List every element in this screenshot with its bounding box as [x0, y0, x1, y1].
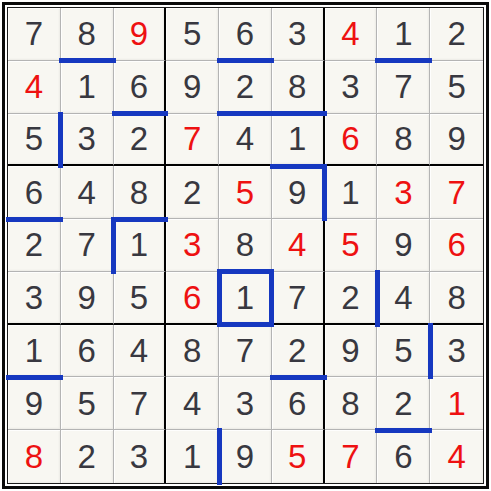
cell-r5c1[interactable]: 2	[8, 219, 61, 272]
cell-r2c6[interactable]: 8	[272, 61, 325, 114]
cell-r1c8[interactable]: 1	[377, 8, 430, 61]
cell-r6c5[interactable]: 1	[219, 272, 272, 325]
cell-r4c7[interactable]: 1	[325, 166, 378, 219]
cell-r6c1[interactable]: 3	[8, 272, 61, 325]
cell-r3c7[interactable]: 6	[325, 114, 378, 167]
cell-r4c1[interactable]: 6	[8, 166, 61, 219]
cell-r4c3[interactable]: 8	[114, 166, 167, 219]
cell-r9c7[interactable]: 7	[325, 430, 378, 483]
cell-r6c6[interactable]: 7	[272, 272, 325, 325]
cell-r4c8[interactable]: 3	[377, 166, 430, 219]
cell-r5c7[interactable]: 5	[325, 219, 378, 272]
cell-r2c2[interactable]: 1	[61, 61, 114, 114]
sudoku-board: 7895634124169283755327416896482591372713…	[7, 7, 484, 484]
cell-r7c5[interactable]: 7	[219, 325, 272, 378]
cell-r6c9[interactable]: 8	[430, 272, 483, 325]
cell-r8c2[interactable]: 5	[61, 377, 114, 430]
cell-r1c9[interactable]: 2	[430, 8, 483, 61]
cell-r3c8[interactable]: 8	[377, 114, 430, 167]
cell-r5c8[interactable]: 9	[377, 219, 430, 272]
cell-r1c4[interactable]: 5	[166, 8, 219, 61]
cell-r7c9[interactable]: 3	[430, 325, 483, 378]
cell-r3c1[interactable]: 5	[8, 114, 61, 167]
cell-r9c3[interactable]: 3	[114, 430, 167, 483]
cell-r8c7[interactable]: 8	[325, 377, 378, 430]
cell-r5c2[interactable]: 7	[61, 219, 114, 272]
cell-r3c3[interactable]: 2	[114, 114, 167, 167]
cell-r1c2[interactable]: 8	[61, 8, 114, 61]
cell-r6c4[interactable]: 6	[166, 272, 219, 325]
cell-r5c3[interactable]: 1	[114, 219, 167, 272]
cell-r8c8[interactable]: 2	[377, 377, 430, 430]
cell-r8c1[interactable]: 9	[8, 377, 61, 430]
cell-r9c8[interactable]: 6	[377, 430, 430, 483]
cell-r8c5[interactable]: 3	[219, 377, 272, 430]
cell-r5c5[interactable]: 8	[219, 219, 272, 272]
cell-r2c1[interactable]: 4	[8, 61, 61, 114]
cell-r4c6[interactable]: 9	[272, 166, 325, 219]
cell-r6c2[interactable]: 9	[61, 272, 114, 325]
cell-r3c9[interactable]: 9	[430, 114, 483, 167]
cell-r3c4[interactable]: 7	[166, 114, 219, 167]
cell-r4c2[interactable]: 4	[61, 166, 114, 219]
cell-r7c8[interactable]: 5	[377, 325, 430, 378]
cell-r8c9[interactable]: 1	[430, 377, 483, 430]
cell-r7c3[interactable]: 4	[114, 325, 167, 378]
cell-r5c6[interactable]: 4	[272, 219, 325, 272]
cell-r6c7[interactable]: 2	[325, 272, 378, 325]
cell-r2c8[interactable]: 7	[377, 61, 430, 114]
cell-r1c1[interactable]: 7	[8, 8, 61, 61]
cell-r5c4[interactable]: 3	[166, 219, 219, 272]
cell-r7c2[interactable]: 6	[61, 325, 114, 378]
cell-r6c3[interactable]: 5	[114, 272, 167, 325]
cell-r4c4[interactable]: 2	[166, 166, 219, 219]
cell-r1c6[interactable]: 3	[272, 8, 325, 61]
cell-r2c7[interactable]: 3	[325, 61, 378, 114]
cell-r9c2[interactable]: 2	[61, 430, 114, 483]
cell-r5c9[interactable]: 6	[430, 219, 483, 272]
cell-r3c6[interactable]: 1	[272, 114, 325, 167]
cell-r8c4[interactable]: 4	[166, 377, 219, 430]
cell-r9c4[interactable]: 1	[166, 430, 219, 483]
cell-r2c9[interactable]: 5	[430, 61, 483, 114]
cell-r7c7[interactable]: 9	[325, 325, 378, 378]
cell-r2c3[interactable]: 6	[114, 61, 167, 114]
cell-r9c1[interactable]: 8	[8, 430, 61, 483]
cell-r9c9[interactable]: 4	[430, 430, 483, 483]
cell-r3c5[interactable]: 4	[219, 114, 272, 167]
cell-r9c6[interactable]: 5	[272, 430, 325, 483]
cell-r1c3[interactable]: 9	[114, 8, 167, 61]
sudoku-grid: 7895634124169283755327416896482591372713…	[8, 8, 483, 483]
cell-r4c5[interactable]: 5	[219, 166, 272, 219]
cell-r8c6[interactable]: 6	[272, 377, 325, 430]
cell-r9c5[interactable]: 9	[219, 430, 272, 483]
cell-r2c4[interactable]: 9	[166, 61, 219, 114]
cell-r1c5[interactable]: 6	[219, 8, 272, 61]
cell-r8c3[interactable]: 7	[114, 377, 167, 430]
cell-r7c4[interactable]: 8	[166, 325, 219, 378]
cell-r2c5[interactable]: 2	[219, 61, 272, 114]
cell-r4c9[interactable]: 7	[430, 166, 483, 219]
cell-r3c2[interactable]: 3	[61, 114, 114, 167]
cell-r1c7[interactable]: 4	[325, 8, 378, 61]
cell-r7c1[interactable]: 1	[8, 325, 61, 378]
sudoku-board-frame: 7895634124169283755327416896482591372713…	[2, 2, 489, 489]
cell-r6c8[interactable]: 4	[377, 272, 430, 325]
cell-r7c6[interactable]: 2	[272, 325, 325, 378]
